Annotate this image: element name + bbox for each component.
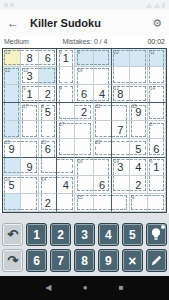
- recents-square-icon[interactable]: ■: [119, 284, 124, 292]
- key-1[interactable]: 1: [26, 223, 47, 246]
- status-bar: [0, 0, 169, 10]
- cell-r9c2[interactable]: [21, 194, 39, 212]
- cage-sum: 8: [150, 122, 153, 127]
- key-4[interactable]: 4: [98, 223, 119, 246]
- given-digit: 6: [75, 85, 92, 102]
- redo-button[interactable]: ↷: [2, 249, 23, 272]
- cell-r7c1[interactable]: [3, 158, 21, 176]
- timer: 00:02: [141, 38, 165, 45]
- given-digit: 2: [39, 194, 56, 211]
- cell-r4c7[interactable]: [112, 103, 130, 121]
- keypad-row-1: ↶12345: [2, 223, 167, 246]
- cage-sum: 22: [96, 104, 101, 109]
- info-bar: Medium Mistakes: 0 / 4 00:02: [0, 36, 169, 47]
- key-3[interactable]: 3: [74, 223, 95, 246]
- cell-r5c4[interactable]: 17: [57, 121, 75, 139]
- notification-icon: [4, 3, 8, 7]
- cage-sum: 9: [132, 195, 135, 200]
- cell-r5c6[interactable]: [94, 121, 112, 139]
- cell-r6c9[interactable]: 6: [148, 139, 166, 157]
- battery-icon: [162, 3, 165, 8]
- given-digit: 6: [94, 176, 111, 193]
- given-digit: 7: [112, 121, 129, 138]
- cage-sum: 14: [150, 86, 155, 91]
- cell-r9c9[interactable]: [148, 194, 166, 212]
- cell-r2c2[interactable]: 103: [21, 67, 39, 85]
- cell-r5c5[interactable]: [75, 121, 93, 139]
- cell-r2c8[interactable]: [130, 67, 148, 85]
- cage-sum: 20: [96, 140, 101, 145]
- cage-sum: 15: [132, 104, 137, 109]
- app-bar: ← Killer Sudoku ⚙: [0, 10, 169, 36]
- cell-r2c1[interactable]: 22: [3, 67, 21, 85]
- cell-r9c8[interactable]: 9: [130, 194, 148, 212]
- cell-r6c4[interactable]: [57, 139, 75, 157]
- cell-r2c4[interactable]: [57, 67, 75, 85]
- cage-sum: 3: [23, 86, 26, 91]
- cage-sum: 11: [150, 50, 155, 55]
- back-triangle-icon[interactable]: ◀: [45, 284, 51, 292]
- cell-r2c5[interactable]: 16: [75, 67, 93, 85]
- android-nav-bar: ◀ ● ■: [0, 276, 169, 300]
- pencil-icon: [151, 255, 162, 266]
- cell-r1c8[interactable]: [130, 49, 148, 67]
- cell-r3c3[interactable]: 2: [39, 85, 57, 103]
- cell-r9c7[interactable]: [112, 194, 130, 212]
- given-digit: 4: [94, 85, 111, 102]
- key-2[interactable]: 2: [50, 223, 71, 246]
- cell-r1c3[interactable]: 6: [39, 49, 57, 67]
- cage-sum: 20: [5, 177, 10, 182]
- cell-r6c5[interactable]: [75, 139, 93, 157]
- cage-sum: 22: [5, 68, 10, 73]
- back-arrow-icon[interactable]: ←: [7, 17, 19, 29]
- redo-icon: ↷: [7, 254, 18, 267]
- cage-sum: 3: [59, 50, 62, 55]
- key-6[interactable]: 6: [26, 249, 47, 272]
- cell-r2c9[interactable]: [148, 67, 166, 85]
- cell-r4c2[interactable]: 17: [21, 103, 39, 121]
- home-circle-icon[interactable]: ●: [83, 284, 88, 292]
- erase-x-icon: ×: [128, 254, 136, 268]
- pencil-button[interactable]: [146, 249, 167, 272]
- wifi-icon: [146, 3, 152, 8]
- given-digit: 4: [57, 176, 74, 193]
- cell-r7c7[interactable]: 193: [112, 158, 130, 176]
- cell-r1c2[interactable]: 8: [21, 49, 39, 67]
- keypad-panel: ↶12345 ↷6789×: [0, 213, 169, 276]
- cell-r7c2[interactable]: 9: [21, 158, 39, 176]
- cage-sum: 10: [23, 68, 28, 73]
- cage-sum: 16: [77, 68, 82, 73]
- cell-r2c7[interactable]: [112, 67, 130, 85]
- cell-r8c1[interactable]: 205: [3, 176, 21, 194]
- cage-sum: 19: [114, 159, 119, 164]
- page-title: Killer Sudoku: [30, 17, 152, 29]
- cage-sum: 20: [41, 140, 46, 145]
- gear-icon[interactable]: ⚙: [152, 18, 162, 29]
- cell-r5c7[interactable]: 7: [112, 121, 130, 139]
- cell-r7c5[interactable]: 16: [75, 158, 93, 176]
- cell-r3c8[interactable]: [130, 85, 148, 103]
- given-digit: 5: [130, 139, 147, 156]
- cell-r2c3[interactable]: [39, 67, 57, 85]
- given-digit: 2: [130, 176, 147, 193]
- given-digit: 6: [39, 49, 56, 66]
- cell-r5c3[interactable]: [39, 121, 57, 139]
- cell-r7c6[interactable]: [94, 158, 112, 176]
- cage-sum: 13: [114, 86, 119, 91]
- cell-r7c3[interactable]: [39, 158, 57, 176]
- key-5[interactable]: 5: [122, 223, 143, 246]
- given-digit: 4: [130, 158, 147, 175]
- cell-r9c6[interactable]: [94, 194, 112, 212]
- given-digit: 2: [39, 85, 56, 102]
- key-9[interactable]: 9: [98, 249, 119, 272]
- cell-r5c2[interactable]: [21, 121, 39, 139]
- undo-button[interactable]: ↶: [2, 223, 23, 246]
- signal-icon: [154, 3, 160, 8]
- cell-r7c4[interactable]: [57, 158, 75, 176]
- bulb-icon: [151, 228, 161, 241]
- cage-sum: 8: [41, 104, 44, 109]
- cell-r9c5[interactable]: 15: [75, 194, 93, 212]
- cell-r6c8[interactable]: 5: [130, 139, 148, 157]
- cell-r1c7[interactable]: 20: [112, 49, 130, 67]
- cage-sum: 15: [77, 195, 82, 200]
- cell-r8c5[interactable]: [75, 176, 93, 194]
- key-8[interactable]: 8: [74, 249, 95, 272]
- key-7[interactable]: 7: [50, 249, 71, 272]
- cell-r6c6[interactable]: 20: [94, 139, 112, 157]
- given-digit: 6: [148, 139, 165, 156]
- cell-r8c6[interactable]: 6: [94, 176, 112, 194]
- cage-sum: 26: [5, 140, 10, 145]
- cell-r1c6[interactable]: [94, 49, 112, 67]
- cage-sum: 9: [77, 50, 80, 55]
- bulb-button[interactable]: [146, 223, 167, 246]
- cell-r1c4[interactable]: 31: [57, 49, 75, 67]
- cell-r4c4[interactable]: [57, 103, 75, 121]
- given-digit: 9: [21, 158, 38, 175]
- given-digit: 8: [21, 49, 38, 66]
- cell-r4c9[interactable]: [148, 103, 166, 121]
- cell-r4c3[interactable]: 85: [39, 103, 57, 121]
- notification-icon: [10, 3, 14, 7]
- difficulty-label: Medium: [4, 38, 29, 45]
- board[interactable]: 2386319201122103163129641381417852221591…: [2, 48, 167, 213]
- cage-sum: 17: [59, 122, 64, 127]
- cell-r4c5[interactable]: 2: [75, 103, 93, 121]
- given-digit: [148, 194, 165, 211]
- cell-r8c9[interactable]: [148, 176, 166, 194]
- cell-r6c3[interactable]: 206: [39, 139, 57, 157]
- cell-r4c8[interactable]: 159: [130, 103, 148, 121]
- cell-r5c8[interactable]: [130, 121, 148, 139]
- cage-sum: 9: [59, 86, 62, 91]
- cell-r8c4[interactable]: 4: [57, 176, 75, 194]
- cage-sum: 17: [23, 104, 28, 109]
- erase-x-button[interactable]: ×: [122, 249, 143, 272]
- cell-r3c9[interactable]: 14: [148, 85, 166, 103]
- cell-r8c8[interactable]: 2: [130, 176, 148, 194]
- cell-r3c6[interactable]: 4: [94, 85, 112, 103]
- cell-r2c6[interactable]: [94, 67, 112, 85]
- undo-icon: ↶: [7, 228, 18, 241]
- keypad-row-2: ↷6789×: [2, 249, 167, 272]
- cell-r3c7[interactable]: 138: [112, 85, 130, 103]
- cage-sum: 6: [150, 159, 153, 164]
- cell-r3c4[interactable]: 9: [57, 85, 75, 103]
- cell-r9c3[interactable]: 2: [39, 194, 57, 212]
- cage-sum: 14: [41, 177, 46, 182]
- cell-r8c3[interactable]: 14: [39, 176, 57, 194]
- cell-r6c1[interactable]: 269: [3, 139, 21, 157]
- cell-r5c9[interactable]: 8: [148, 121, 166, 139]
- cell-r7c8[interactable]: 4: [130, 158, 148, 176]
- given-digit: 2: [75, 103, 92, 120]
- cell-r4c1[interactable]: [3, 103, 21, 121]
- cell-r5c1[interactable]: [3, 121, 21, 139]
- cell-r4c6[interactable]: 22: [94, 103, 112, 121]
- cell-r3c5[interactable]: 6: [75, 85, 93, 103]
- cage-sum: 23: [5, 50, 10, 55]
- cell-r9c1[interactable]: [3, 194, 21, 212]
- mistakes-label: Mistakes: 0 / 4: [29, 38, 141, 45]
- cell-r6c2[interactable]: [21, 139, 39, 157]
- cell-r8c7[interactable]: [112, 176, 130, 194]
- cell-r6c7[interactable]: [112, 139, 130, 157]
- hint-badge: [161, 225, 165, 229]
- cage-sum: 20: [114, 50, 119, 55]
- cell-r8c2[interactable]: [21, 176, 39, 194]
- cage-sum: 16: [77, 159, 82, 164]
- cell-r3c2[interactable]: 31: [21, 85, 39, 103]
- cell-r3c1[interactable]: [3, 85, 21, 103]
- cell-r1c9[interactable]: 11: [148, 49, 166, 67]
- cell-r7c9[interactable]: 61: [148, 158, 166, 176]
- cell-r1c5[interactable]: 9: [75, 49, 93, 67]
- cell-r9c4[interactable]: [57, 194, 75, 212]
- cell-r1c1[interactable]: 23: [3, 49, 21, 67]
